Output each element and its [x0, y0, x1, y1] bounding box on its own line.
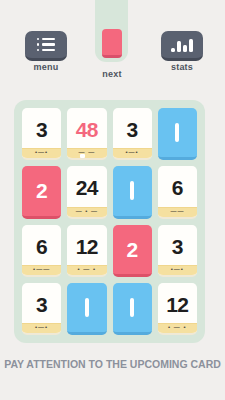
- card-48: 48— —: [67, 108, 106, 160]
- stats-button[interactable]: [161, 31, 203, 61]
- card-value: 3: [172, 236, 183, 264]
- card-3: 3•—•: [22, 108, 61, 160]
- next-label: next: [82, 69, 142, 79]
- card-value: 3: [36, 119, 47, 147]
- card-value: 24: [76, 177, 98, 205]
- card-value: 1: [175, 123, 179, 142]
- card-6: 6•——: [22, 225, 61, 277]
- card-2: 2: [113, 225, 152, 277]
- hint-caption: PAY ATTENTION TO THE UPCOMING CARD: [0, 358, 225, 370]
- card-face: • — •: [158, 323, 197, 333]
- card-value: 2: [36, 180, 47, 201]
- card-24: 24— • —: [67, 166, 106, 218]
- card-1: 1: [67, 283, 106, 335]
- card-1: 1: [113, 283, 152, 335]
- card-value: 3: [127, 119, 138, 147]
- card-3: 3•—•: [158, 225, 197, 277]
- card-3: 3•—•: [22, 283, 61, 335]
- card-3: 3•—•: [113, 108, 152, 160]
- card-12: 12• — •: [158, 283, 197, 335]
- card-face: •—•: [22, 148, 61, 158]
- card-face: •—•: [22, 323, 61, 333]
- card-face: •——: [22, 265, 61, 275]
- card-1: 1: [113, 166, 152, 218]
- card-value: 12: [76, 236, 98, 264]
- menu-label: menu: [16, 62, 76, 72]
- card-value: 6: [172, 177, 183, 205]
- card-face: — • —: [67, 207, 106, 217]
- card-value: 48: [76, 119, 98, 147]
- card-value: 1: [130, 298, 134, 317]
- card-2: 2: [22, 166, 61, 218]
- card-face: • — •: [67, 265, 106, 275]
- card-face: •—•: [113, 148, 152, 158]
- next-card: [102, 29, 122, 58]
- card-value: 3: [36, 294, 47, 322]
- bar-chart-icon: [171, 38, 193, 52]
- card-value: 2: [127, 239, 138, 260]
- card-value: 1: [130, 181, 134, 200]
- board[interactable]: 3•—•48— —3•—•1224— • —16——6•——12• — •23•…: [14, 100, 205, 343]
- card-value: 12: [166, 294, 188, 322]
- card-6: 6——: [158, 166, 197, 218]
- menu-list-icon: [37, 38, 56, 52]
- card-face: ——: [158, 207, 197, 217]
- next-card-tray: [95, 0, 128, 62]
- menu-button[interactable]: [25, 31, 67, 61]
- card-1: 1: [158, 108, 197, 160]
- card-12: 12• — •: [67, 225, 106, 277]
- card-value: 6: [36, 236, 47, 264]
- card-face: •—•: [158, 265, 197, 275]
- card-face: — —: [67, 148, 106, 158]
- card-value: 1: [85, 298, 89, 317]
- stats-label: stats: [152, 62, 212, 72]
